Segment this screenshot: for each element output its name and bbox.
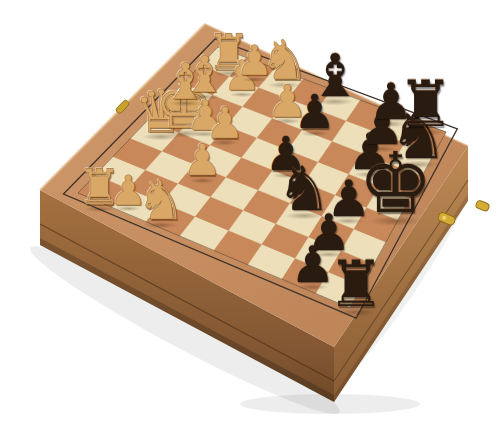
piece-bR-h8[interactable]: ♜ [397, 73, 454, 136]
piece-bB-h5[interactable]: ♝ [309, 46, 362, 105]
piece-wP-e3[interactable]: ♟ [206, 102, 245, 145]
chess-set-photo: ♜♛♚♝♝♜♟♟♟♟♞♟♟♞♟♟♟♝♞♟♟♟♟♟♟♜♚♞♜ [0, 0, 500, 424]
piece-bR-a8[interactable]: ♜ [328, 253, 385, 316]
pieces-layer: ♜♛♚♝♝♜♟♟♟♟♞♟♟♞♟♟♟♝♞♟♟♟♟♟♟♜♚♞♜ [0, 0, 500, 424]
piece-wN-a3[interactable]: ♞ [136, 173, 185, 228]
